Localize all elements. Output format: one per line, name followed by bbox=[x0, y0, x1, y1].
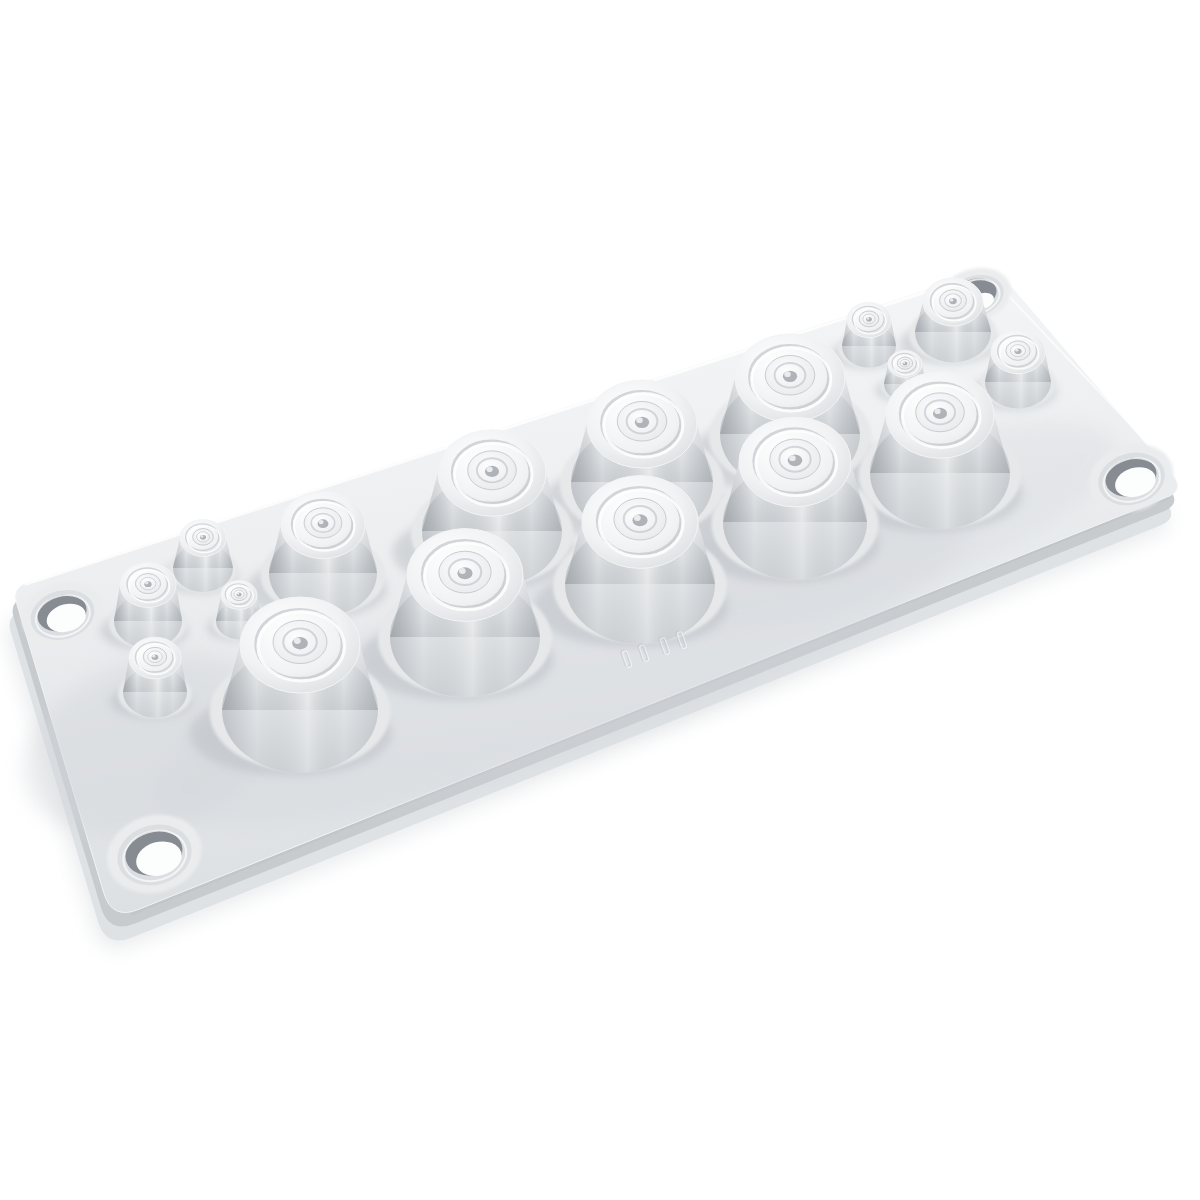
gland-plate-photo bbox=[0, 0, 1200, 1200]
product-photo bbox=[0, 0, 1200, 1200]
